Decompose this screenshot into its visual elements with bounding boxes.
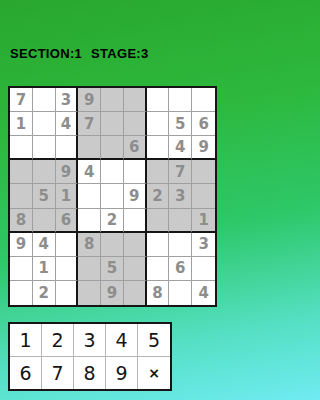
cell-r1c1[interactable]: 7 [10, 88, 33, 112]
cell-r5c1[interactable] [10, 184, 33, 208]
cell-r3c7[interactable] [147, 136, 170, 160]
cell-r9c9[interactable]: 4 [192, 281, 215, 305]
status-bar: SECTION:1 STAGE:3 [10, 46, 149, 61]
cell-r5c8[interactable]: 3 [169, 184, 192, 208]
cell-r1c7[interactable] [147, 88, 170, 112]
cell-r9c8[interactable] [169, 281, 192, 305]
cell-r3c1[interactable] [10, 136, 33, 160]
cell-r5c4[interactable] [78, 184, 101, 208]
cell-r1c5[interactable] [101, 88, 124, 112]
cell-r1c2[interactable] [33, 88, 56, 112]
cell-r6c2[interactable] [33, 209, 56, 233]
cell-r5c6[interactable]: 9 [124, 184, 147, 208]
cell-r4c1[interactable] [10, 160, 33, 184]
cell-r6c9[interactable]: 1 [192, 209, 215, 233]
cell-r6c4[interactable] [78, 209, 101, 233]
cell-r4c2[interactable] [33, 160, 56, 184]
cell-r5c9[interactable] [192, 184, 215, 208]
cell-r7c5[interactable] [101, 233, 124, 257]
cell-r7c4[interactable]: 8 [78, 233, 101, 257]
cell-r9c3[interactable] [56, 281, 79, 305]
cell-r5c5[interactable] [101, 184, 124, 208]
cell-r9c1[interactable] [10, 281, 33, 305]
cell-r7c9[interactable]: 3 [192, 233, 215, 257]
cell-r4c9[interactable] [192, 160, 215, 184]
cell-r4c8[interactable]: 7 [169, 160, 192, 184]
cell-r8c7[interactable] [147, 257, 170, 281]
key-9[interactable]: 9 [106, 357, 138, 390]
cell-r3c4[interactable] [78, 136, 101, 160]
sudoku-app-screen: { "game": "sudoku", "header": { "section… [0, 0, 225, 400]
cell-r2c7[interactable] [147, 112, 170, 136]
cell-r8c5[interactable]: 5 [101, 257, 124, 281]
cell-r1c4[interactable]: 9 [78, 88, 101, 112]
cell-r8c2[interactable]: 1 [33, 257, 56, 281]
cell-r4c3[interactable]: 9 [56, 160, 79, 184]
cell-r1c3[interactable]: 3 [56, 88, 79, 112]
key-8[interactable]: 8 [74, 357, 106, 390]
cell-r6c6[interactable] [124, 209, 147, 233]
cell-r7c8[interactable] [169, 233, 192, 257]
cell-r8c3[interactable] [56, 257, 79, 281]
cell-r5c3[interactable]: 1 [56, 184, 79, 208]
cell-r6c5[interactable]: 2 [101, 209, 124, 233]
cell-r7c3[interactable] [56, 233, 79, 257]
cell-r3c6[interactable]: 6 [124, 136, 147, 160]
number-keypad: 123456789× [8, 322, 172, 391]
cell-r9c6[interactable] [124, 281, 147, 305]
key-1[interactable]: 1 [10, 324, 42, 357]
cell-r9c7[interactable]: 8 [147, 281, 170, 305]
key-5[interactable]: 5 [138, 324, 170, 357]
cell-r2c5[interactable] [101, 112, 124, 136]
cell-r9c4[interactable] [78, 281, 101, 305]
cell-r3c9[interactable]: 9 [192, 136, 215, 160]
cell-r2c1[interactable]: 1 [10, 112, 33, 136]
cell-r3c8[interactable]: 4 [169, 136, 192, 160]
section-label: SECTION:1 [10, 46, 82, 61]
cell-r1c6[interactable] [124, 88, 147, 112]
stage-label: STAGE:3 [91, 46, 148, 61]
key-4[interactable]: 4 [106, 324, 138, 357]
key-7[interactable]: 7 [42, 357, 74, 390]
cell-r2c3[interactable]: 4 [56, 112, 79, 136]
key-6[interactable]: 6 [10, 357, 42, 390]
cell-r6c3[interactable]: 6 [56, 209, 79, 233]
cell-r3c3[interactable] [56, 136, 79, 160]
cell-r3c2[interactable] [33, 136, 56, 160]
cell-r1c8[interactable] [169, 88, 192, 112]
cell-r4c7[interactable] [147, 160, 170, 184]
cell-r2c6[interactable] [124, 112, 147, 136]
key-3[interactable]: 3 [74, 324, 106, 357]
cell-r4c6[interactable] [124, 160, 147, 184]
cell-r4c5[interactable] [101, 160, 124, 184]
key-2[interactable]: 2 [42, 324, 74, 357]
cell-r1c9[interactable] [192, 88, 215, 112]
cell-r9c5[interactable]: 9 [101, 281, 124, 305]
cell-r2c4[interactable]: 7 [78, 112, 101, 136]
cell-r7c1[interactable]: 9 [10, 233, 33, 257]
key-erase[interactable]: × [138, 357, 170, 390]
cell-r8c8[interactable]: 6 [169, 257, 192, 281]
cell-r5c7[interactable]: 2 [147, 184, 170, 208]
cell-r5c2[interactable]: 5 [33, 184, 56, 208]
cell-r8c6[interactable] [124, 257, 147, 281]
cell-r6c8[interactable] [169, 209, 192, 233]
cell-r3c5[interactable] [101, 136, 124, 160]
cell-r7c6[interactable] [124, 233, 147, 257]
cell-r7c2[interactable]: 4 [33, 233, 56, 257]
cell-r2c2[interactable] [33, 112, 56, 136]
cell-r9c2[interactable]: 2 [33, 281, 56, 305]
cell-r8c4[interactable] [78, 257, 101, 281]
cell-r2c9[interactable]: 6 [192, 112, 215, 136]
cell-r8c1[interactable] [10, 257, 33, 281]
sudoku-board: 7391475664994751923862194831562984 [8, 86, 217, 307]
cell-r8c9[interactable] [192, 257, 215, 281]
cell-r2c8[interactable]: 5 [169, 112, 192, 136]
cell-r4c4[interactable]: 4 [78, 160, 101, 184]
cell-r6c1[interactable]: 8 [10, 209, 33, 233]
cell-r7c7[interactable] [147, 233, 170, 257]
cell-r6c7[interactable] [147, 209, 170, 233]
